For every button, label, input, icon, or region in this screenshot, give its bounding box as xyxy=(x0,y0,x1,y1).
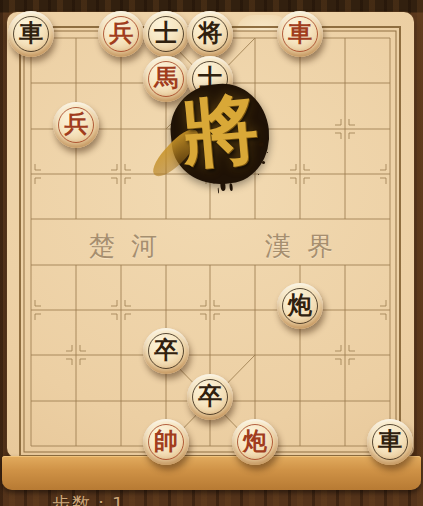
black-chariot-glyph: 車 xyxy=(378,429,402,453)
red-soldier-glyph: 兵 xyxy=(109,21,133,45)
red-chariot-glyph: 車 xyxy=(288,21,312,45)
red-general-glyph: 帥 xyxy=(154,429,178,453)
piece-red-general[interactable]: 帥 xyxy=(143,419,189,465)
piece-black-advisor-back[interactable]: 士 xyxy=(143,11,189,57)
red-cannon-glyph: 炮 xyxy=(243,429,267,453)
black-soldier-glyph: 卒 xyxy=(154,338,178,362)
black-cannon-glyph: 炮 xyxy=(288,293,312,317)
piece-black-chariot-left[interactable]: 車 xyxy=(8,11,54,57)
piece-red-soldier-advanced[interactable]: 兵 xyxy=(98,11,144,57)
black-advisor-glyph: 士 xyxy=(154,21,178,45)
black-advisor-glyph: 士 xyxy=(198,66,222,90)
move-counter: 步数：1 xyxy=(52,492,125,506)
piece-black-chariot-right[interactable]: 車 xyxy=(367,419,413,465)
piece-black-cannon-mid[interactable]: 炮 xyxy=(277,283,323,329)
piece-black-soldier-left[interactable]: 卒 xyxy=(143,328,189,374)
red-soldier-glyph: 兵 xyxy=(64,112,88,136)
piece-red-chariot[interactable]: 車 xyxy=(277,11,323,57)
black-general-glyph: 将 xyxy=(198,21,222,45)
black-chariot-glyph: 車 xyxy=(19,21,43,45)
piece-black-advisor-front[interactable]: 士 xyxy=(187,56,233,102)
piece-black-soldier-palace[interactable]: 卒 xyxy=(187,374,233,420)
xiangqi-app: 楚河 漢界 車兵士将車馬士兵炮卒卒帥炮車 將 步数：1 xyxy=(0,0,423,506)
black-soldier-glyph: 卒 xyxy=(198,384,222,408)
river-label-han: 漢界 xyxy=(249,229,349,264)
red-horse-glyph: 馬 xyxy=(154,66,178,90)
piece-red-horse[interactable]: 馬 xyxy=(143,56,189,102)
river-label-chu: 楚河 xyxy=(73,229,173,264)
piece-red-soldier-left[interactable]: 兵 xyxy=(53,102,99,148)
board-front-edge xyxy=(2,456,421,490)
piece-red-cannon[interactable]: 炮 xyxy=(232,419,278,465)
piece-black-general[interactable]: 将 xyxy=(187,11,233,57)
